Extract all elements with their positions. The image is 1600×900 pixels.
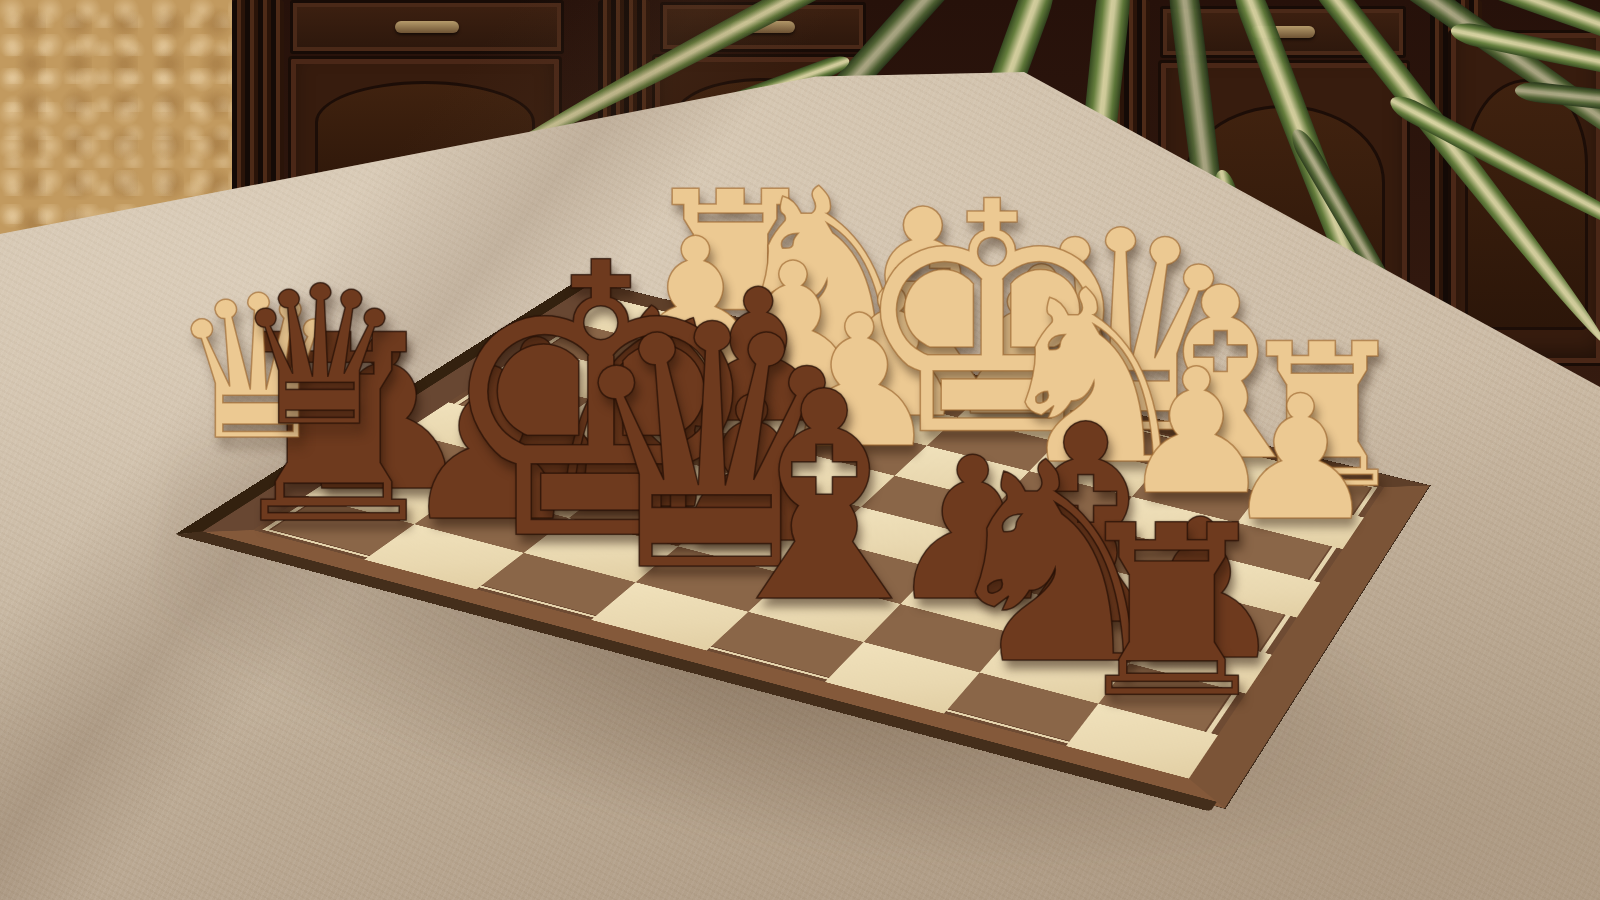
cabinet-drawer [290,0,564,54]
cabinet-drawer [1160,6,1406,58]
drawer-handle-icon [395,21,459,33]
offboard-black-extra-queen: ♛ [234,261,406,453]
drawer-handle-icon [1251,26,1315,38]
chess-photo-scene: ♜♞♝♟♛♝♜♟♟♟♚♞♟♟♟♟♟♞♟♟♝♟♟♟♚♛♝♞♜♜ ♛ ♛ [0,0,1600,900]
cabinet-door [1448,30,1600,366]
cabinet-drawer [660,2,866,52]
drawer-handle-icon [731,21,795,33]
door-arch-panel [1465,79,1588,330]
